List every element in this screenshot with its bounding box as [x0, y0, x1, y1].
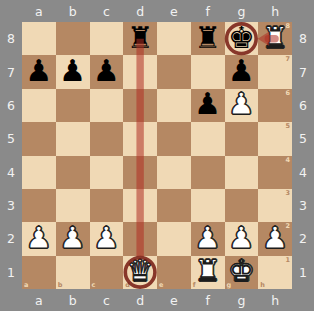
inner-coord-rank-6: 6: [285, 90, 290, 97]
rank-label-left-7: 7: [0, 55, 22, 88]
rank-label-left-4: 4: [0, 156, 22, 189]
square-b2[interactable]: ♟: [56, 222, 90, 255]
piece-white-pawn-b2[interactable]: ♟: [59, 223, 86, 253]
square-f7[interactable]: [191, 55, 225, 88]
piece-white-pawn-g2[interactable]: ♟: [228, 223, 255, 253]
file-label-top-e: e: [157, 0, 191, 22]
square-b7[interactable]: ♟: [56, 55, 90, 88]
square-g5[interactable]: [225, 122, 259, 155]
rank-label-left-3: 3: [0, 189, 22, 222]
inner-coord-file-h: h: [260, 282, 265, 289]
piece-black-pawn-c7[interactable]: ♟: [93, 56, 120, 86]
file-label-top-f: f: [191, 0, 225, 22]
piece-white-king-g1[interactable]: ♚: [228, 256, 255, 286]
square-b5[interactable]: [56, 122, 90, 155]
square-c2[interactable]: ♟: [90, 222, 124, 255]
square-a7[interactable]: ♟: [22, 55, 56, 88]
square-c6[interactable]: [90, 89, 124, 122]
rank-label-right-8: 8: [292, 22, 314, 55]
file-label-bottom-a: a: [22, 289, 56, 311]
square-e3[interactable]: [157, 189, 191, 222]
square-g4[interactable]: [225, 156, 259, 189]
square-c8[interactable]: [90, 22, 124, 55]
square-a2[interactable]: ♟: [22, 222, 56, 255]
inner-coord-file-b: b: [58, 282, 63, 289]
square-e5[interactable]: [157, 122, 191, 155]
square-a4[interactable]: [22, 156, 56, 189]
file-label-top-c: c: [90, 0, 124, 22]
inner-coord-file-a: a: [24, 282, 28, 289]
file-label-top-b: b: [56, 0, 90, 22]
square-d5[interactable]: [123, 122, 157, 155]
rank-label-right-3: 3: [292, 189, 314, 222]
inner-coord-rank-7: 7: [285, 56, 290, 63]
piece-white-pawn-g6[interactable]: ♟: [228, 89, 255, 119]
square-h6[interactable]: 6: [258, 89, 292, 122]
piece-black-pawn-f6[interactable]: ♟: [194, 89, 221, 119]
piece-black-rook-f8[interactable]: ♜: [194, 23, 221, 53]
square-b4[interactable]: [56, 156, 90, 189]
file-label-top-h: h: [258, 0, 292, 22]
square-h8[interactable]: 8♜: [258, 22, 292, 55]
square-e1[interactable]: e: [157, 256, 191, 289]
square-f8[interactable]: ♜: [191, 22, 225, 55]
square-e4[interactable]: [157, 156, 191, 189]
rank-label-right-4: 4: [292, 156, 314, 189]
square-e8[interactable]: [157, 22, 191, 55]
file-label-bottom-d: d: [123, 289, 157, 311]
file-label-top-g: g: [225, 0, 259, 22]
chess-board[interactable]: ♜♜♚8♜♟♟♟♟7♟♟6543♟♟♟♟♟2♟abcd♛ef♜g♚h1: [22, 22, 292, 289]
piece-white-pawn-a2[interactable]: ♟: [25, 223, 52, 253]
rank-label-left-1: 1: [0, 256, 22, 289]
file-label-bottom-b: b: [56, 289, 90, 311]
square-h7[interactable]: 7: [258, 55, 292, 88]
square-f4[interactable]: [191, 156, 225, 189]
file-label-bottom-g: g: [225, 289, 259, 311]
square-e7[interactable]: [157, 55, 191, 88]
piece-black-pawn-b7[interactable]: ♟: [59, 56, 86, 86]
file-label-top-d: d: [123, 0, 157, 22]
square-f2[interactable]: ♟: [191, 222, 225, 255]
piece-white-rook-h8[interactable]: ♜: [262, 23, 289, 53]
inner-coord-file-e: e: [159, 282, 163, 289]
square-h2[interactable]: 2♟: [258, 222, 292, 255]
square-c5[interactable]: [90, 122, 124, 155]
piece-black-king-g8[interactable]: ♚: [228, 23, 255, 53]
square-e2[interactable]: [157, 222, 191, 255]
square-a1[interactable]: a: [22, 256, 56, 289]
piece-white-pawn-f2[interactable]: ♟: [194, 223, 221, 253]
rank-label-left-6: 6: [0, 89, 22, 122]
file-label-bottom-e: e: [157, 289, 191, 311]
rank-label-left-2: 2: [0, 222, 22, 255]
piece-white-pawn-c2[interactable]: ♟: [93, 223, 120, 253]
square-b1[interactable]: b: [56, 256, 90, 289]
square-g8[interactable]: ♚: [225, 22, 259, 55]
square-h1[interactable]: h1: [258, 256, 292, 289]
square-f3[interactable]: [191, 189, 225, 222]
square-g1[interactable]: g♚: [225, 256, 259, 289]
rank-label-left-5: 5: [0, 122, 22, 155]
piece-black-pawn-a7[interactable]: ♟: [25, 56, 52, 86]
square-g2[interactable]: ♟: [225, 222, 259, 255]
rank-label-left-8: 8: [0, 22, 22, 55]
piece-black-pawn-g7[interactable]: ♟: [228, 56, 255, 86]
inner-coord-rank-4: 4: [285, 157, 290, 164]
square-h3[interactable]: 3: [258, 189, 292, 222]
file-labels-top: abcdefgh: [22, 0, 292, 22]
square-e6[interactable]: [157, 89, 191, 122]
piece-white-queen-d1[interactable]: ♛: [127, 256, 154, 286]
chess-board-frame: abcdefgh abcdefgh 87654321 87654321 ♜♜♚8…: [0, 0, 314, 311]
rank-label-right-1: 1: [292, 256, 314, 289]
square-b8[interactable]: [56, 22, 90, 55]
square-f5[interactable]: [191, 122, 225, 155]
square-a3[interactable]: [22, 189, 56, 222]
square-h5[interactable]: 5: [258, 122, 292, 155]
square-g3[interactable]: [225, 189, 259, 222]
rank-labels-right: 87654321: [292, 22, 314, 289]
square-b3[interactable]: [56, 189, 90, 222]
square-d7[interactable]: [123, 55, 157, 88]
square-d2[interactable]: [123, 222, 157, 255]
piece-white-rook-f1[interactable]: ♜: [194, 256, 221, 286]
file-label-bottom-c: c: [90, 289, 124, 311]
square-g6[interactable]: ♟: [225, 89, 259, 122]
square-c7[interactable]: ♟: [90, 55, 124, 88]
inner-coord-rank-1: 1: [285, 257, 290, 264]
square-c1[interactable]: c: [90, 256, 124, 289]
rank-label-right-2: 2: [292, 222, 314, 255]
inner-coord-file-c: c: [92, 282, 96, 289]
file-label-bottom-f: f: [191, 289, 225, 311]
square-d3[interactable]: [123, 189, 157, 222]
rank-label-right-5: 5: [292, 122, 314, 155]
square-b6[interactable]: [56, 89, 90, 122]
inner-coord-rank-3: 3: [285, 190, 290, 197]
file-label-top-a: a: [22, 0, 56, 22]
square-a5[interactable]: [22, 122, 56, 155]
square-c3[interactable]: [90, 189, 124, 222]
square-f6[interactable]: ♟: [191, 89, 225, 122]
rank-labels-left: 87654321: [0, 22, 22, 289]
square-d1[interactable]: d♛: [123, 256, 157, 289]
square-f1[interactable]: f♜: [191, 256, 225, 289]
inner-coord-rank-5: 5: [285, 123, 290, 130]
square-d4[interactable]: [123, 156, 157, 189]
square-d6[interactable]: [123, 89, 157, 122]
file-labels-bottom: abcdefgh: [22, 289, 292, 311]
square-a8[interactable]: [22, 22, 56, 55]
rank-label-right-7: 7: [292, 55, 314, 88]
square-h4[interactable]: 4: [258, 156, 292, 189]
square-d8[interactable]: ♜: [123, 22, 157, 55]
square-a6[interactable]: [22, 89, 56, 122]
file-label-bottom-h: h: [258, 289, 292, 311]
rank-label-right-6: 6: [292, 89, 314, 122]
piece-white-pawn-h2[interactable]: ♟: [262, 223, 289, 253]
square-g7[interactable]: ♟: [225, 55, 259, 88]
piece-black-rook-d8[interactable]: ♜: [127, 23, 154, 53]
square-c4[interactable]: [90, 156, 124, 189]
